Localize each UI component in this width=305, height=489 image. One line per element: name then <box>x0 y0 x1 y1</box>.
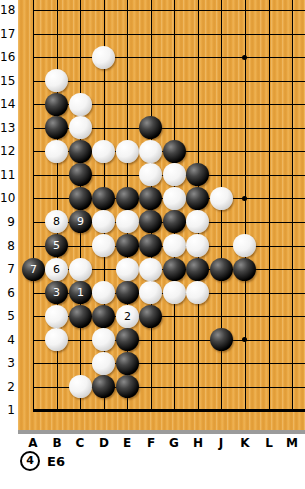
star-point-K4 <box>242 337 247 342</box>
stone-white-E12 <box>116 140 139 163</box>
col-label-K: K <box>233 436 257 450</box>
col-label-J: J <box>209 436 233 450</box>
row-label-5: 5 <box>0 310 15 322</box>
stone-black-H11 <box>186 163 209 186</box>
grid-line-row-3 <box>33 363 305 364</box>
col-label-H: H <box>186 436 210 450</box>
col-label-C: C <box>68 436 92 450</box>
stone-white-F7 <box>139 258 162 281</box>
stone-white-D4 <box>92 328 115 351</box>
col-label-B: B <box>45 436 69 450</box>
grid-line-row-1 <box>33 409 305 412</box>
stone-black-G9 <box>163 210 186 233</box>
move-number-label: 2 <box>124 311 131 322</box>
stone-black-C10 <box>69 187 92 210</box>
star-point-K10 <box>242 196 247 201</box>
grid-line-row-4 <box>33 340 305 341</box>
row-label-18: 18 <box>0 4 15 16</box>
col-label-F: F <box>139 436 163 450</box>
stone-black-H10 <box>186 187 209 210</box>
stone-white-B4 <box>45 328 68 351</box>
stone-black-E3 <box>116 352 139 375</box>
row-label-2: 2 <box>0 381 15 393</box>
grid-line-row-16 <box>33 57 305 58</box>
stone-white-K8 <box>233 234 256 257</box>
row-label-4: 4 <box>0 334 15 346</box>
move-number-label: 6 <box>53 264 60 275</box>
move-number-circle: 4 <box>20 451 40 471</box>
stone-white-G10 <box>163 187 186 210</box>
stone-white-B5 <box>45 305 68 328</box>
row-label-6: 6 <box>0 287 15 299</box>
row-label-14: 14 <box>0 98 15 110</box>
stone-black-B6: 3 <box>45 281 68 304</box>
stone-white-C14 <box>69 93 92 116</box>
stone-black-E10 <box>116 187 139 210</box>
grid-line-col-L <box>269 0 270 412</box>
stone-black-B8: 5 <box>45 234 68 257</box>
grid-line-col-A <box>33 0 34 412</box>
stone-white-H8 <box>186 234 209 257</box>
stone-white-D9 <box>92 210 115 233</box>
col-label-D: D <box>92 436 116 450</box>
stone-white-B15 <box>45 69 68 92</box>
row-label-10: 10 <box>0 192 15 204</box>
stone-black-E4 <box>116 328 139 351</box>
col-label-A: A <box>21 436 45 450</box>
go-board[interactable]: 89576312 <box>18 0 305 430</box>
grid-line-row-17 <box>33 34 305 35</box>
col-label-G: G <box>162 436 186 450</box>
star-point-K16 <box>242 55 247 60</box>
row-label-9: 9 <box>0 216 15 228</box>
row-label-1: 1 <box>0 404 15 416</box>
row-label-7: 7 <box>0 263 15 275</box>
stone-black-J4 <box>210 328 233 351</box>
stone-black-G12 <box>163 140 186 163</box>
stone-black-C9: 9 <box>69 210 92 233</box>
stone-black-F5 <box>139 305 162 328</box>
move-number-label: 8 <box>53 216 60 227</box>
stone-white-G8 <box>163 234 186 257</box>
stone-black-B14 <box>45 93 68 116</box>
stone-white-G6 <box>163 281 186 304</box>
stone-black-D5 <box>92 305 115 328</box>
stone-white-C13 <box>69 116 92 139</box>
stone-white-D3 <box>92 352 115 375</box>
stone-black-K7 <box>233 258 256 281</box>
stone-black-H7 <box>186 258 209 281</box>
move-number-label: 7 <box>30 264 37 275</box>
row-label-16: 16 <box>0 51 15 63</box>
stone-white-D16 <box>92 46 115 69</box>
stone-white-F6 <box>139 281 162 304</box>
stone-black-C5 <box>69 305 92 328</box>
row-label-15: 15 <box>0 75 15 87</box>
stone-white-D8 <box>92 234 115 257</box>
row-label-11: 11 <box>0 169 15 181</box>
stone-black-F9 <box>139 210 162 233</box>
stone-black-C11 <box>69 163 92 186</box>
move-number-label: 9 <box>77 216 84 227</box>
move-caption: 4 E6 <box>20 450 65 472</box>
row-label-17: 17 <box>0 28 15 40</box>
stone-white-D12 <box>92 140 115 163</box>
stone-white-F12 <box>139 140 162 163</box>
col-label-L: L <box>257 436 281 450</box>
move-number-label: 1 <box>77 287 84 298</box>
stone-black-F13 <box>139 116 162 139</box>
stone-white-H9 <box>186 210 209 233</box>
stone-black-F10 <box>139 187 162 210</box>
stone-black-C6: 1 <box>69 281 92 304</box>
grid-line-row-15 <box>33 81 305 82</box>
stone-black-E8 <box>116 234 139 257</box>
stone-black-F8 <box>139 234 162 257</box>
grid-line-col-M <box>292 0 293 412</box>
stone-white-D6 <box>92 281 115 304</box>
stone-white-B9: 8 <box>45 210 68 233</box>
row-label-3: 3 <box>0 357 15 369</box>
stone-white-B7: 6 <box>45 258 68 281</box>
stone-white-F11 <box>139 163 162 186</box>
move-number-label: 5 <box>53 240 60 251</box>
move-coordinate-text: E6 <box>47 454 65 469</box>
stone-black-A7: 7 <box>22 258 45 281</box>
stone-black-E2 <box>116 375 139 398</box>
stone-white-B12 <box>45 140 68 163</box>
stone-white-J10 <box>210 187 233 210</box>
board-edge-shadow <box>18 430 305 434</box>
row-label-13: 13 <box>0 122 15 134</box>
grid-line-col-K <box>245 0 246 412</box>
col-label-E: E <box>115 436 139 450</box>
stone-white-E5: 2 <box>116 305 139 328</box>
stone-black-B13 <box>45 116 68 139</box>
stone-white-C7 <box>69 258 92 281</box>
stone-black-C12 <box>69 140 92 163</box>
stone-white-H6 <box>186 281 209 304</box>
stone-black-D10 <box>92 187 115 210</box>
stone-white-E9 <box>116 210 139 233</box>
stone-white-C2 <box>69 375 92 398</box>
stone-white-E7 <box>116 258 139 281</box>
col-label-M: M <box>280 436 304 450</box>
grid-line-row-18 <box>33 10 305 11</box>
row-label-12: 12 <box>0 145 15 157</box>
go-kifu-diagram: 89576312 181716151413121110987654321 ABC… <box>0 0 305 489</box>
stone-white-G11 <box>163 163 186 186</box>
stone-black-J7 <box>210 258 233 281</box>
stone-black-G7 <box>163 258 186 281</box>
move-number-label: 3 <box>53 287 60 298</box>
stone-black-D2 <box>92 375 115 398</box>
stone-black-E6 <box>116 281 139 304</box>
row-label-8: 8 <box>0 240 15 252</box>
